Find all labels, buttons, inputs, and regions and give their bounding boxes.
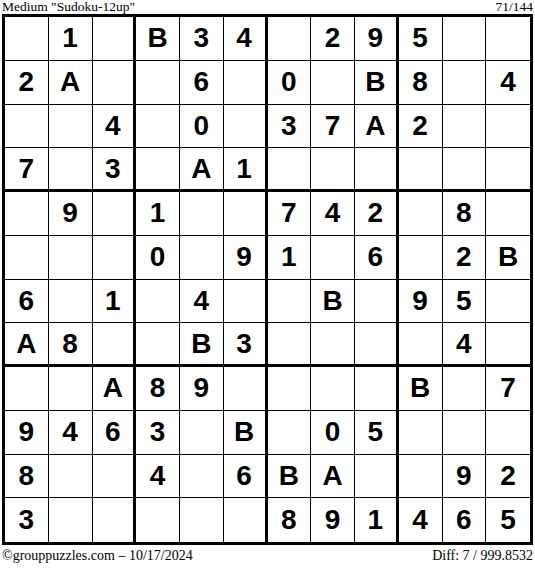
cell-r5c10[interactable] <box>399 192 443 236</box>
cell-r1c6: 4 <box>224 17 268 61</box>
cell-r9c12: 7 <box>486 367 530 411</box>
cell-r5c12[interactable] <box>486 192 530 236</box>
cell-r10c9: 5 <box>355 411 399 455</box>
cell-r8c10[interactable] <box>399 323 443 367</box>
cell-r1c1[interactable] <box>5 17 49 61</box>
header: Medium "Sudoku-12up" 71/144 <box>2 0 533 14</box>
cell-r2c9: B <box>355 61 399 105</box>
credit-text: ©grouppuzzles.com – 10/17/2024 <box>2 547 193 564</box>
footer: ©grouppuzzles.com – 10/17/2024 Diff: 7 /… <box>2 547 533 564</box>
cell-r1c11[interactable] <box>443 17 487 61</box>
cell-r9c5: 9 <box>180 367 224 411</box>
cell-r11c1: 8 <box>5 455 49 499</box>
cell-r7c6[interactable] <box>224 280 268 324</box>
cell-r8c1: A <box>5 323 49 367</box>
cell-r5c2: 9 <box>49 192 93 236</box>
cell-r2c4[interactable] <box>136 61 180 105</box>
cell-r1c3[interactable] <box>93 17 137 61</box>
cell-r1c2: 1 <box>49 17 93 61</box>
cell-r5c9: 2 <box>355 192 399 236</box>
cell-r11c2[interactable] <box>49 455 93 499</box>
cell-r5c8: 4 <box>311 192 355 236</box>
cell-r9c7[interactable] <box>268 367 312 411</box>
cell-r11c8: A <box>311 455 355 499</box>
cell-r4c10[interactable] <box>399 148 443 192</box>
cell-r6c12: B <box>486 236 530 280</box>
puzzle-title: Medium "Sudoku-12up" <box>2 0 135 14</box>
cell-r4c9[interactable] <box>355 148 399 192</box>
cell-r12c7: 8 <box>268 498 312 542</box>
cell-r3c3: 4 <box>93 105 137 149</box>
cell-r10c11[interactable] <box>443 411 487 455</box>
sudoku-board: 1B342952A60B844037A273A191742809162B614B… <box>2 14 533 545</box>
cell-r8c6: 3 <box>224 323 268 367</box>
cell-r7c7[interactable] <box>268 280 312 324</box>
cell-r2c2: A <box>49 61 93 105</box>
cell-r9c3: A <box>93 367 137 411</box>
cell-r10c12[interactable] <box>486 411 530 455</box>
cell-r3c10: 2 <box>399 105 443 149</box>
cell-r2c6[interactable] <box>224 61 268 105</box>
cell-r1c5: 3 <box>180 17 224 61</box>
cell-r10c10[interactable] <box>399 411 443 455</box>
cell-r5c11: 8 <box>443 192 487 236</box>
cell-r5c6[interactable] <box>224 192 268 236</box>
cell-r1c12[interactable] <box>486 17 530 61</box>
cell-r12c9: 1 <box>355 498 399 542</box>
cell-r10c2: 4 <box>49 411 93 455</box>
cell-r6c2[interactable] <box>49 236 93 280</box>
cell-r3c4[interactable] <box>136 105 180 149</box>
cell-r12c12: 5 <box>486 498 530 542</box>
cell-r9c9[interactable] <box>355 367 399 411</box>
cell-r6c8[interactable] <box>311 236 355 280</box>
cell-r9c8[interactable] <box>311 367 355 411</box>
cell-r7c4[interactable] <box>136 280 180 324</box>
cell-r4c8[interactable] <box>311 148 355 192</box>
cell-r5c1[interactable] <box>5 192 49 236</box>
cell-r2c5: 6 <box>180 61 224 105</box>
cell-r2c3[interactable] <box>93 61 137 105</box>
cell-r2c7: 0 <box>268 61 312 105</box>
cell-r7c9[interactable] <box>355 280 399 324</box>
cell-r10c7[interactable] <box>268 411 312 455</box>
cell-r1c7[interactable] <box>268 17 312 61</box>
cell-r9c2[interactable] <box>49 367 93 411</box>
cell-r11c12: 2 <box>486 455 530 499</box>
cell-r9c10: B <box>399 367 443 411</box>
cell-r7c8: B <box>311 280 355 324</box>
cell-r7c10: 9 <box>399 280 443 324</box>
cell-r11c3[interactable] <box>93 455 137 499</box>
cell-r9c1[interactable] <box>5 367 49 411</box>
cell-r6c1[interactable] <box>5 236 49 280</box>
cell-r10c1: 9 <box>5 411 49 455</box>
cell-r7c5: 4 <box>180 280 224 324</box>
cell-r8c3[interactable] <box>93 323 137 367</box>
cell-r3c1[interactable] <box>5 105 49 149</box>
cell-r6c9: 6 <box>355 236 399 280</box>
cell-r3c12[interactable] <box>486 105 530 149</box>
cell-r11c7: B <box>268 455 312 499</box>
cell-r12c10: 4 <box>399 498 443 542</box>
cell-r8c7[interactable] <box>268 323 312 367</box>
cell-r4c4[interactable] <box>136 148 180 192</box>
cell-r2c10: 8 <box>399 61 443 105</box>
cell-r7c3: 1 <box>93 280 137 324</box>
cell-r7c1: 6 <box>5 280 49 324</box>
cell-r4c1: 7 <box>5 148 49 192</box>
cell-r10c5[interactable] <box>180 411 224 455</box>
cell-r6c7: 1 <box>268 236 312 280</box>
puzzle-counter: 71/144 <box>495 0 533 14</box>
cell-r8c9[interactable] <box>355 323 399 367</box>
cell-r9c6[interactable] <box>224 367 268 411</box>
cell-r7c11: 5 <box>443 280 487 324</box>
cell-r8c8[interactable] <box>311 323 355 367</box>
cell-r6c4: 0 <box>136 236 180 280</box>
cell-r12c4[interactable] <box>136 498 180 542</box>
cell-r3c8: 7 <box>311 105 355 149</box>
cell-r1c9: 9 <box>355 17 399 61</box>
cell-r8c4[interactable] <box>136 323 180 367</box>
cell-r10c6: B <box>224 411 268 455</box>
difficulty-text: Diff: 7 / 999.8532 <box>432 547 533 564</box>
cell-r12c8: 9 <box>311 498 355 542</box>
cell-r5c3[interactable] <box>93 192 137 236</box>
cell-r10c3: 6 <box>93 411 137 455</box>
cell-r9c4: 8 <box>136 367 180 411</box>
cell-r4c6: 1 <box>224 148 268 192</box>
cell-r4c7[interactable] <box>268 148 312 192</box>
cell-r3c5: 0 <box>180 105 224 149</box>
cell-r2c11[interactable] <box>443 61 487 105</box>
cell-r11c11: 9 <box>443 455 487 499</box>
cell-r6c10[interactable] <box>399 236 443 280</box>
cell-r11c5[interactable] <box>180 455 224 499</box>
cell-r8c12[interactable] <box>486 323 530 367</box>
cell-r3c7: 3 <box>268 105 312 149</box>
cell-r5c4: 1 <box>136 192 180 236</box>
cell-r3c9: A <box>355 105 399 149</box>
cell-r12c11: 6 <box>443 498 487 542</box>
cell-r6c5[interactable] <box>180 236 224 280</box>
cell-r12c1: 3 <box>5 498 49 542</box>
cell-r1c10: 5 <box>399 17 443 61</box>
cell-r1c8: 2 <box>311 17 355 61</box>
cell-r6c6: 9 <box>224 236 268 280</box>
cell-r4c3: 3 <box>93 148 137 192</box>
cell-r12c6[interactable] <box>224 498 268 542</box>
cell-r5c7: 7 <box>268 192 312 236</box>
cell-r8c11: 4 <box>443 323 487 367</box>
cell-r2c8[interactable] <box>311 61 355 105</box>
cell-r11c9[interactable] <box>355 455 399 499</box>
cell-r8c5: B <box>180 323 224 367</box>
cell-r8c2: 8 <box>49 323 93 367</box>
cell-r2c1: 2 <box>5 61 49 105</box>
cell-r12c5[interactable] <box>180 498 224 542</box>
cell-r6c11: 2 <box>443 236 487 280</box>
cell-r3c11[interactable] <box>443 105 487 149</box>
cell-r10c4: 3 <box>136 411 180 455</box>
cell-r4c2[interactable] <box>49 148 93 192</box>
cell-r9c11[interactable] <box>443 367 487 411</box>
cell-r11c10[interactable] <box>399 455 443 499</box>
cell-r4c5: A <box>180 148 224 192</box>
cell-r3c6[interactable] <box>224 105 268 149</box>
cell-r4c12[interactable] <box>486 148 530 192</box>
cell-r3c2[interactable] <box>49 105 93 149</box>
cell-r4c11[interactable] <box>443 148 487 192</box>
cell-r7c2[interactable] <box>49 280 93 324</box>
cell-r1c4: B <box>136 17 180 61</box>
cell-r12c2[interactable] <box>49 498 93 542</box>
cell-r11c4: 4 <box>136 455 180 499</box>
cell-r7c12[interactable] <box>486 280 530 324</box>
cell-r2c12: 4 <box>486 61 530 105</box>
cell-r10c8: 0 <box>311 411 355 455</box>
puzzle-page: Medium "Sudoku-12up" 71/144 1B342952A60B… <box>0 0 535 569</box>
cell-r6c3[interactable] <box>93 236 137 280</box>
cell-r5c5[interactable] <box>180 192 224 236</box>
cell-r12c3[interactable] <box>93 498 137 542</box>
cell-r11c6: 6 <box>224 455 268 499</box>
